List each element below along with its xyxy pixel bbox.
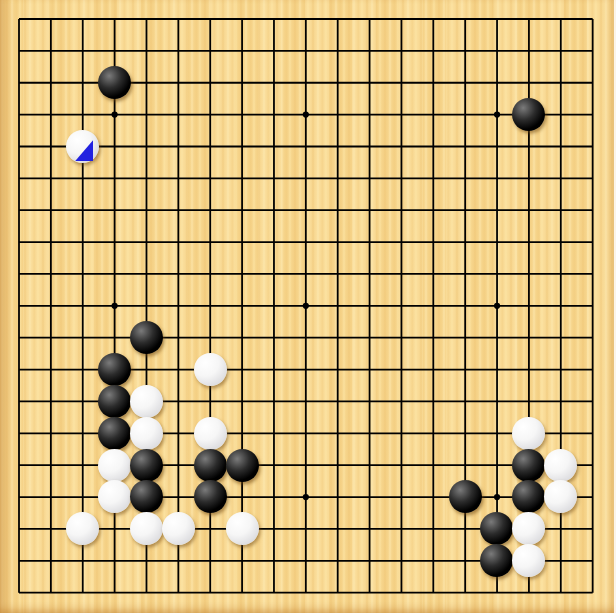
- stone-black: [98, 353, 131, 386]
- stone-black: [226, 449, 259, 482]
- stone-white: [130, 385, 163, 418]
- go-app-screenshot: [0, 0, 616, 613]
- last-move-triangle-marker: [75, 140, 93, 161]
- stone-black: [480, 512, 513, 545]
- stone-black: [194, 449, 227, 482]
- stone-black: [130, 321, 163, 354]
- stone-white: [512, 512, 545, 545]
- stone-white: [512, 544, 545, 577]
- stone-black: [194, 480, 227, 513]
- stone-white: [66, 512, 99, 545]
- board-grid: [3, 3, 608, 608]
- stone-black: [130, 480, 163, 513]
- stone-white: [130, 417, 163, 450]
- stone-white: [194, 353, 227, 386]
- go-board[interactable]: [0, 0, 616, 613]
- stone-black: [98, 417, 131, 450]
- stone-white: [162, 512, 195, 545]
- stone-black: [98, 385, 131, 418]
- stone-white: [98, 480, 131, 513]
- stone-black: [98, 66, 131, 99]
- stone-black: [512, 98, 545, 131]
- stone-white: [226, 512, 259, 545]
- stone-black: [480, 544, 513, 577]
- stone-white: [544, 480, 577, 513]
- stone-black: [130, 449, 163, 482]
- stone-black: [512, 449, 545, 482]
- stone-white: [512, 417, 545, 450]
- stone-white: [66, 130, 99, 163]
- stone-white: [98, 449, 131, 482]
- stone-white: [544, 449, 577, 482]
- stone-white: [130, 512, 163, 545]
- stone-black: [449, 480, 482, 513]
- stone-black: [512, 480, 545, 513]
- stone-white: [194, 417, 227, 450]
